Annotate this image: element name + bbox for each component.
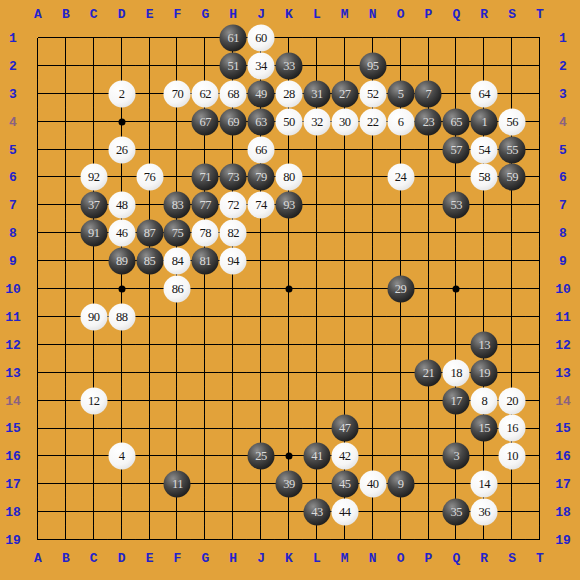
intersection-A5[interactable]: [24, 136, 52, 164]
intersection-C5[interactable]: [80, 136, 108, 164]
intersection-B10[interactable]: [52, 275, 80, 303]
intersection-D2[interactable]: [108, 52, 136, 80]
intersection-T9[interactable]: [526, 247, 554, 275]
intersection-A10[interactable]: [24, 275, 52, 303]
intersection-K16[interactable]: [275, 442, 303, 470]
intersection-R4[interactable]: 1: [470, 108, 498, 136]
intersection-O9[interactable]: [387, 247, 415, 275]
intersection-Q15[interactable]: [442, 415, 470, 443]
intersection-P3[interactable]: 7: [415, 80, 443, 108]
intersection-P12[interactable]: [415, 331, 443, 359]
intersection-K9[interactable]: [275, 247, 303, 275]
intersection-F16[interactable]: [163, 442, 191, 470]
intersection-F13[interactable]: [163, 359, 191, 387]
intersection-N3[interactable]: 52: [359, 80, 387, 108]
intersection-Q17[interactable]: [442, 470, 470, 498]
intersection-N9[interactable]: [359, 247, 387, 275]
intersection-O12[interactable]: [387, 331, 415, 359]
intersection-Q10[interactable]: [442, 275, 470, 303]
intersection-P5[interactable]: [415, 136, 443, 164]
intersection-K6[interactable]: 80: [275, 163, 303, 191]
intersection-J15[interactable]: [247, 415, 275, 443]
intersection-L4[interactable]: 32: [303, 108, 331, 136]
intersection-T10[interactable]: [526, 275, 554, 303]
intersection-N11[interactable]: [359, 303, 387, 331]
intersection-N16[interactable]: [359, 442, 387, 470]
intersection-T14[interactable]: [526, 387, 554, 415]
intersection-F12[interactable]: [163, 331, 191, 359]
intersection-F6[interactable]: [163, 163, 191, 191]
intersection-M2[interactable]: [331, 52, 359, 80]
intersection-Q5[interactable]: 57: [442, 136, 470, 164]
intersection-G18[interactable]: [191, 498, 219, 526]
intersection-N18[interactable]: [359, 498, 387, 526]
intersection-N10[interactable]: [359, 275, 387, 303]
intersection-L7[interactable]: [303, 191, 331, 219]
intersection-Q2[interactable]: [442, 52, 470, 80]
intersection-Q1[interactable]: [442, 24, 470, 52]
intersection-S2[interactable]: [498, 52, 526, 80]
intersection-G8[interactable]: 78: [191, 219, 219, 247]
intersection-B12[interactable]: [52, 331, 80, 359]
intersection-S15[interactable]: 16: [498, 415, 526, 443]
intersection-S3[interactable]: [498, 80, 526, 108]
intersection-M4[interactable]: 30: [331, 108, 359, 136]
intersection-J5[interactable]: 66: [247, 136, 275, 164]
intersection-R7[interactable]: [470, 191, 498, 219]
intersection-B6[interactable]: [52, 163, 80, 191]
intersection-E8[interactable]: 87: [136, 219, 164, 247]
intersection-S7[interactable]: [498, 191, 526, 219]
intersection-D1[interactable]: [108, 24, 136, 52]
intersection-B3[interactable]: [52, 80, 80, 108]
intersection-F17[interactable]: 11: [163, 470, 191, 498]
intersection-O4[interactable]: 6: [387, 108, 415, 136]
intersection-T6[interactable]: [526, 163, 554, 191]
intersection-K2[interactable]: 33: [275, 52, 303, 80]
intersection-P17[interactable]: [415, 470, 443, 498]
intersection-K10[interactable]: [275, 275, 303, 303]
intersection-A16[interactable]: [24, 442, 52, 470]
intersection-K12[interactable]: [275, 331, 303, 359]
intersection-R16[interactable]: [470, 442, 498, 470]
intersection-J4[interactable]: 63: [247, 108, 275, 136]
intersection-Q12[interactable]: [442, 331, 470, 359]
intersection-M6[interactable]: [331, 163, 359, 191]
intersection-S6[interactable]: 59: [498, 163, 526, 191]
intersection-D15[interactable]: [108, 415, 136, 443]
intersection-K5[interactable]: [275, 136, 303, 164]
intersection-Q6[interactable]: [442, 163, 470, 191]
intersection-E7[interactable]: [136, 191, 164, 219]
intersection-L9[interactable]: [303, 247, 331, 275]
intersection-L12[interactable]: [303, 331, 331, 359]
intersection-D10[interactable]: [108, 275, 136, 303]
intersection-H3[interactable]: 68: [219, 80, 247, 108]
intersection-J12[interactable]: [247, 331, 275, 359]
intersection-T5[interactable]: [526, 136, 554, 164]
intersection-R1[interactable]: [470, 24, 498, 52]
intersection-K11[interactable]: [275, 303, 303, 331]
intersection-B17[interactable]: [52, 470, 80, 498]
intersection-B15[interactable]: [52, 415, 80, 443]
intersection-J3[interactable]: 49: [247, 80, 275, 108]
intersection-A11[interactable]: [24, 303, 52, 331]
intersection-H18[interactable]: [219, 498, 247, 526]
intersection-J7[interactable]: 74: [247, 191, 275, 219]
intersection-F7[interactable]: 83: [163, 191, 191, 219]
intersection-D14[interactable]: [108, 387, 136, 415]
intersection-Q11[interactable]: [442, 303, 470, 331]
intersection-E10[interactable]: [136, 275, 164, 303]
intersection-B5[interactable]: [52, 136, 80, 164]
intersection-H1[interactable]: 61: [219, 24, 247, 52]
intersection-G10[interactable]: [191, 275, 219, 303]
intersection-E13[interactable]: [136, 359, 164, 387]
intersection-R5[interactable]: 54: [470, 136, 498, 164]
intersection-S14[interactable]: 20: [498, 387, 526, 415]
intersection-E3[interactable]: [136, 80, 164, 108]
intersection-S13[interactable]: [498, 359, 526, 387]
intersection-F14[interactable]: [163, 387, 191, 415]
intersection-T3[interactable]: [526, 80, 554, 108]
intersection-K7[interactable]: 93: [275, 191, 303, 219]
intersection-L18[interactable]: 43: [303, 498, 331, 526]
intersection-C14[interactable]: 12: [80, 387, 108, 415]
intersection-Q8[interactable]: [442, 219, 470, 247]
intersection-N12[interactable]: [359, 331, 387, 359]
intersection-N14[interactable]: [359, 387, 387, 415]
intersection-G7[interactable]: 77: [191, 191, 219, 219]
intersection-K1[interactable]: [275, 24, 303, 52]
intersection-K3[interactable]: 28: [275, 80, 303, 108]
intersection-S18[interactable]: [498, 498, 526, 526]
intersection-E1[interactable]: [136, 24, 164, 52]
intersection-H10[interactable]: [219, 275, 247, 303]
intersection-F15[interactable]: [163, 415, 191, 443]
intersection-M18[interactable]: 44: [331, 498, 359, 526]
intersection-D12[interactable]: [108, 331, 136, 359]
intersection-L5[interactable]: [303, 136, 331, 164]
intersection-C1[interactable]: [80, 24, 108, 52]
intersection-R13[interactable]: 19: [470, 359, 498, 387]
intersection-L8[interactable]: [303, 219, 331, 247]
intersection-J14[interactable]: [247, 387, 275, 415]
intersection-E5[interactable]: [136, 136, 164, 164]
intersection-H13[interactable]: [219, 359, 247, 387]
intersection-H2[interactable]: 51: [219, 52, 247, 80]
intersection-B9[interactable]: [52, 247, 80, 275]
intersection-G14[interactable]: [191, 387, 219, 415]
intersection-A8[interactable]: [24, 219, 52, 247]
intersection-B2[interactable]: [52, 52, 80, 80]
intersection-C10[interactable]: [80, 275, 108, 303]
intersection-O7[interactable]: [387, 191, 415, 219]
intersection-E4[interactable]: [136, 108, 164, 136]
intersection-H6[interactable]: 73: [219, 163, 247, 191]
intersection-R8[interactable]: [470, 219, 498, 247]
intersection-L15[interactable]: [303, 415, 331, 443]
intersection-H8[interactable]: 82: [219, 219, 247, 247]
intersection-C16[interactable]: [80, 442, 108, 470]
intersection-C13[interactable]: [80, 359, 108, 387]
intersection-P18[interactable]: [415, 498, 443, 526]
intersection-P4[interactable]: 23: [415, 108, 443, 136]
intersection-S16[interactable]: 10: [498, 442, 526, 470]
intersection-O10[interactable]: 29: [387, 275, 415, 303]
intersection-J2[interactable]: 34: [247, 52, 275, 80]
intersection-S10[interactable]: [498, 275, 526, 303]
intersection-G2[interactable]: [191, 52, 219, 80]
intersection-T12[interactable]: [526, 331, 554, 359]
intersection-N15[interactable]: [359, 415, 387, 443]
intersection-N8[interactable]: [359, 219, 387, 247]
intersection-E6[interactable]: 76: [136, 163, 164, 191]
intersection-D5[interactable]: 26: [108, 136, 136, 164]
intersection-Q16[interactable]: 3: [442, 442, 470, 470]
intersection-L2[interactable]: [303, 52, 331, 80]
intersection-J10[interactable]: [247, 275, 275, 303]
intersection-A7[interactable]: [24, 191, 52, 219]
intersection-H15[interactable]: [219, 415, 247, 443]
intersection-M7[interactable]: [331, 191, 359, 219]
intersection-O6[interactable]: 24: [387, 163, 415, 191]
intersection-E12[interactable]: [136, 331, 164, 359]
intersection-F3[interactable]: 70: [163, 80, 191, 108]
intersection-H5[interactable]: [219, 136, 247, 164]
intersection-G9[interactable]: 81: [191, 247, 219, 275]
intersection-O15[interactable]: [387, 415, 415, 443]
intersection-P11[interactable]: [415, 303, 443, 331]
intersection-E9[interactable]: 85: [136, 247, 164, 275]
intersection-G16[interactable]: [191, 442, 219, 470]
intersection-E17[interactable]: [136, 470, 164, 498]
intersection-D3[interactable]: 2: [108, 80, 136, 108]
intersection-C6[interactable]: 92: [80, 163, 108, 191]
intersection-M12[interactable]: [331, 331, 359, 359]
intersection-C11[interactable]: 90: [80, 303, 108, 331]
intersection-G13[interactable]: [191, 359, 219, 387]
intersection-P7[interactable]: [415, 191, 443, 219]
intersection-K17[interactable]: 39: [275, 470, 303, 498]
intersection-F1[interactable]: [163, 24, 191, 52]
intersection-H16[interactable]: [219, 442, 247, 470]
intersection-P13[interactable]: 21: [415, 359, 443, 387]
intersection-M16[interactable]: 42: [331, 442, 359, 470]
intersection-E2[interactable]: [136, 52, 164, 80]
intersection-C17[interactable]: [80, 470, 108, 498]
intersection-T15[interactable]: [526, 415, 554, 443]
intersection-P9[interactable]: [415, 247, 443, 275]
intersection-K13[interactable]: [275, 359, 303, 387]
intersection-D9[interactable]: 89: [108, 247, 136, 275]
intersection-L13[interactable]: [303, 359, 331, 387]
intersection-O2[interactable]: [387, 52, 415, 80]
intersection-L3[interactable]: 31: [303, 80, 331, 108]
intersection-A14[interactable]: [24, 387, 52, 415]
intersection-G12[interactable]: [191, 331, 219, 359]
intersection-A17[interactable]: [24, 470, 52, 498]
intersection-P16[interactable]: [415, 442, 443, 470]
intersection-M10[interactable]: [331, 275, 359, 303]
intersection-B1[interactable]: [52, 24, 80, 52]
intersection-J1[interactable]: 60: [247, 24, 275, 52]
intersection-C4[interactable]: [80, 108, 108, 136]
intersection-O5[interactable]: [387, 136, 415, 164]
intersection-J6[interactable]: 79: [247, 163, 275, 191]
intersection-A4[interactable]: [24, 108, 52, 136]
intersection-M1[interactable]: [331, 24, 359, 52]
intersection-F10[interactable]: 86: [163, 275, 191, 303]
intersection-C18[interactable]: [80, 498, 108, 526]
intersection-S9[interactable]: [498, 247, 526, 275]
intersection-M17[interactable]: 45: [331, 470, 359, 498]
intersection-Q14[interactable]: 17: [442, 387, 470, 415]
intersection-M3[interactable]: 27: [331, 80, 359, 108]
intersection-Q3[interactable]: [442, 80, 470, 108]
intersection-P6[interactable]: [415, 163, 443, 191]
intersection-H14[interactable]: [219, 387, 247, 415]
intersection-R15[interactable]: 15: [470, 415, 498, 443]
intersection-N17[interactable]: 40: [359, 470, 387, 498]
intersection-R6[interactable]: 58: [470, 163, 498, 191]
intersection-S17[interactable]: [498, 470, 526, 498]
intersection-N6[interactable]: [359, 163, 387, 191]
intersection-G11[interactable]: [191, 303, 219, 331]
intersection-F11[interactable]: [163, 303, 191, 331]
intersection-S1[interactable]: [498, 24, 526, 52]
intersection-N5[interactable]: [359, 136, 387, 164]
intersection-J13[interactable]: [247, 359, 275, 387]
intersection-P14[interactable]: [415, 387, 443, 415]
intersection-J16[interactable]: 25: [247, 442, 275, 470]
intersection-F9[interactable]: 84: [163, 247, 191, 275]
intersection-M11[interactable]: [331, 303, 359, 331]
intersection-Q18[interactable]: 35: [442, 498, 470, 526]
intersection-C3[interactable]: [80, 80, 108, 108]
intersection-M5[interactable]: [331, 136, 359, 164]
intersection-L1[interactable]: [303, 24, 331, 52]
intersection-D8[interactable]: 46: [108, 219, 136, 247]
intersection-O11[interactable]: [387, 303, 415, 331]
intersection-D4[interactable]: [108, 108, 136, 136]
intersection-L10[interactable]: [303, 275, 331, 303]
intersection-G5[interactable]: [191, 136, 219, 164]
intersection-C8[interactable]: 91: [80, 219, 108, 247]
intersection-G1[interactable]: [191, 24, 219, 52]
intersection-T18[interactable]: [526, 498, 554, 526]
intersection-A12[interactable]: [24, 331, 52, 359]
intersection-N1[interactable]: [359, 24, 387, 52]
intersection-L16[interactable]: 41: [303, 442, 331, 470]
intersection-L14[interactable]: [303, 387, 331, 415]
intersection-T1[interactable]: [526, 24, 554, 52]
intersection-H12[interactable]: [219, 331, 247, 359]
intersection-E18[interactable]: [136, 498, 164, 526]
intersection-K15[interactable]: [275, 415, 303, 443]
intersection-R17[interactable]: 14: [470, 470, 498, 498]
intersection-B7[interactable]: [52, 191, 80, 219]
intersection-P8[interactable]: [415, 219, 443, 247]
intersection-B14[interactable]: [52, 387, 80, 415]
intersection-B4[interactable]: [52, 108, 80, 136]
intersection-R10[interactable]: [470, 275, 498, 303]
intersection-A13[interactable]: [24, 359, 52, 387]
intersection-S12[interactable]: [498, 331, 526, 359]
intersection-T8[interactable]: [526, 219, 554, 247]
intersection-T17[interactable]: [526, 470, 554, 498]
intersection-G6[interactable]: 71: [191, 163, 219, 191]
intersection-R3[interactable]: 64: [470, 80, 498, 108]
intersection-F8[interactable]: 75: [163, 219, 191, 247]
intersection-P2[interactable]: [415, 52, 443, 80]
intersection-O1[interactable]: [387, 24, 415, 52]
intersection-R18[interactable]: 36: [470, 498, 498, 526]
intersection-Q9[interactable]: [442, 247, 470, 275]
intersection-A15[interactable]: [24, 415, 52, 443]
intersection-D13[interactable]: [108, 359, 136, 387]
intersection-O18[interactable]: [387, 498, 415, 526]
intersection-P15[interactable]: [415, 415, 443, 443]
intersection-H17[interactable]: [219, 470, 247, 498]
intersection-E15[interactable]: [136, 415, 164, 443]
intersection-S4[interactable]: 56: [498, 108, 526, 136]
intersection-C9[interactable]: [80, 247, 108, 275]
intersection-Q4[interactable]: 65: [442, 108, 470, 136]
intersection-G15[interactable]: [191, 415, 219, 443]
intersection-F5[interactable]: [163, 136, 191, 164]
intersection-J9[interactable]: [247, 247, 275, 275]
intersection-L6[interactable]: [303, 163, 331, 191]
intersection-R14[interactable]: 8: [470, 387, 498, 415]
intersection-C12[interactable]: [80, 331, 108, 359]
intersection-O17[interactable]: 9: [387, 470, 415, 498]
intersection-D6[interactable]: [108, 163, 136, 191]
intersection-E14[interactable]: [136, 387, 164, 415]
intersection-N4[interactable]: 22: [359, 108, 387, 136]
intersection-L17[interactable]: [303, 470, 331, 498]
intersection-M14[interactable]: [331, 387, 359, 415]
intersection-H7[interactable]: 72: [219, 191, 247, 219]
intersection-K14[interactable]: [275, 387, 303, 415]
intersection-S8[interactable]: [498, 219, 526, 247]
intersection-T4[interactable]: [526, 108, 554, 136]
intersection-M15[interactable]: 47: [331, 415, 359, 443]
intersection-G17[interactable]: [191, 470, 219, 498]
intersection-K8[interactable]: [275, 219, 303, 247]
intersection-R2[interactable]: [470, 52, 498, 80]
intersection-B13[interactable]: [52, 359, 80, 387]
intersection-N7[interactable]: [359, 191, 387, 219]
intersection-L11[interactable]: [303, 303, 331, 331]
intersection-A18[interactable]: [24, 498, 52, 526]
intersection-T2[interactable]: [526, 52, 554, 80]
intersection-Q13[interactable]: 18: [442, 359, 470, 387]
intersection-O8[interactable]: [387, 219, 415, 247]
intersection-H4[interactable]: 69: [219, 108, 247, 136]
intersection-H9[interactable]: 94: [219, 247, 247, 275]
intersection-O3[interactable]: 5: [387, 80, 415, 108]
intersection-S5[interactable]: 55: [498, 136, 526, 164]
intersection-C2[interactable]: [80, 52, 108, 80]
intersection-N13[interactable]: [359, 359, 387, 387]
intersection-A9[interactable]: [24, 247, 52, 275]
intersection-A1[interactable]: [24, 24, 52, 52]
intersection-D7[interactable]: 48: [108, 191, 136, 219]
intersection-C15[interactable]: [80, 415, 108, 443]
intersection-P10[interactable]: [415, 275, 443, 303]
intersection-B8[interactable]: [52, 219, 80, 247]
